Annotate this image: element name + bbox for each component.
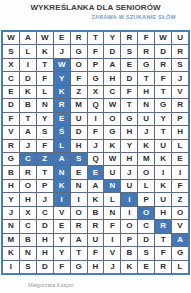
grid-cell[interactable]: A	[88, 180, 104, 192]
grid-cell[interactable]: Z	[172, 193, 188, 205]
grid-cell[interactable]: T	[155, 126, 171, 138]
grid-cell[interactable]: R	[71, 220, 87, 232]
grid-cell[interactable]: D	[121, 72, 137, 84]
puzzle-title: WYKREŚLANKA DLA SENIORÓW	[0, 0, 191, 12]
grid-cell[interactable]: O	[71, 207, 87, 219]
grid-cell[interactable]: V	[3, 126, 19, 138]
grid-cell[interactable]: Y	[155, 113, 171, 125]
grid-cell[interactable]: S	[71, 153, 87, 165]
grid-cell[interactable]: G	[71, 261, 87, 273]
grid-cell[interactable]: V	[172, 86, 188, 98]
grid-cell[interactable]: C	[104, 86, 120, 98]
grid-cell[interactable]: Y	[54, 72, 70, 84]
grid-cell[interactable]: J	[3, 207, 19, 219]
grid-cell[interactable]: Z	[37, 153, 53, 165]
grid-cell[interactable]: Q	[88, 153, 104, 165]
grid-cell[interactable]: U	[155, 140, 171, 152]
grid-cell[interactable]: D	[71, 126, 87, 138]
grid-cell[interactable]: K	[37, 45, 53, 57]
grid-cell[interactable]: T	[155, 234, 171, 246]
grid-cell[interactable]: F	[37, 72, 53, 84]
grid-cell[interactable]: F	[37, 140, 53, 152]
grid-cell[interactable]: J	[172, 72, 188, 84]
grid-cell[interactable]: H	[172, 126, 188, 138]
grid-cell[interactable]: O	[121, 220, 137, 232]
grid-cell[interactable]: G	[88, 72, 104, 84]
grid-cell[interactable]: O	[138, 207, 154, 219]
grid-cell[interactable]: K	[3, 247, 19, 259]
grid-cell[interactable]: N	[71, 180, 87, 192]
grid-cell[interactable]: I	[121, 207, 137, 219]
grid-cell[interactable]: N	[37, 99, 53, 111]
grid-cell[interactable]: U	[121, 180, 137, 192]
grid-cell[interactable]: L	[104, 193, 120, 205]
grid-cell[interactable]: C	[37, 207, 53, 219]
grid-cell[interactable]: F	[88, 247, 104, 259]
grid-cell[interactable]: P	[88, 59, 104, 71]
grid-cell[interactable]: W	[3, 32, 19, 44]
grid-cell[interactable]: V	[54, 207, 70, 219]
grid-cell[interactable]: B	[20, 99, 36, 111]
grid-cell[interactable]: H	[121, 126, 137, 138]
grid-cell[interactable]: L	[54, 140, 70, 152]
grid-cell[interactable]: I	[172, 166, 188, 178]
grid-cell[interactable]: D	[104, 45, 120, 57]
grid-cell[interactable]: R	[71, 32, 87, 44]
grid-cell[interactable]: R	[155, 59, 171, 71]
grid-cell[interactable]: H	[155, 207, 171, 219]
grid-cell[interactable]: T	[138, 72, 154, 84]
grid-cell[interactable]: R	[155, 220, 171, 232]
grid-cell[interactable]: W	[104, 99, 120, 111]
grid-cell[interactable]: L	[172, 261, 188, 273]
grid-cell[interactable]: T	[155, 86, 171, 98]
grid-cell[interactable]: X	[20, 207, 36, 219]
grid-cell[interactable]: E	[121, 59, 137, 71]
grid-cell[interactable]: I	[88, 113, 104, 125]
grid-cell[interactable]: I	[20, 59, 36, 71]
grid-cell[interactable]: F	[71, 72, 87, 84]
grid-cell[interactable]: U	[172, 32, 188, 44]
grid-cell[interactable]: G	[155, 99, 171, 111]
grid-cell[interactable]: I	[71, 193, 87, 205]
grid-cell[interactable]: R	[121, 32, 137, 44]
grid-cell[interactable]: N	[3, 220, 19, 232]
author-credit: Małgorzata Kospin	[28, 282, 74, 288]
grid-cell[interactable]: S	[172, 59, 188, 71]
grid-cell[interactable]: N	[20, 247, 36, 259]
grid-cell[interactable]: K	[138, 140, 154, 152]
grid-cell[interactable]: S	[37, 126, 53, 138]
grid-cell[interactable]: U	[138, 113, 154, 125]
grid-cell[interactable]: K	[54, 86, 70, 98]
grid-cell[interactable]: K	[20, 86, 36, 98]
grid-cell[interactable]: Ś	[54, 126, 70, 138]
grid-cell[interactable]: Y	[37, 113, 53, 125]
grid-cell[interactable]: H	[3, 180, 19, 192]
grid-cell[interactable]: U	[155, 193, 171, 205]
grid-cell[interactable]: R	[88, 220, 104, 232]
grid-cell[interactable]: C	[3, 72, 19, 84]
grid-cell[interactable]: R	[138, 45, 154, 57]
grid-cell[interactable]: C	[138, 220, 154, 232]
grid-frame: WAWERTYRFWUSLKJGFDSRDRXITWOPAEGRSCDFYFGH…	[1, 30, 190, 275]
grid-cell[interactable]: W	[37, 32, 53, 44]
grid-cell[interactable]: K	[155, 180, 171, 192]
grid-cell[interactable]: O	[71, 59, 87, 71]
grid-cell[interactable]: E	[54, 113, 70, 125]
grid-cell[interactable]: G	[104, 126, 120, 138]
grid-cell[interactable]: X	[88, 86, 104, 98]
grid-cell[interactable]: R	[172, 99, 188, 111]
grid-cell[interactable]: E	[54, 220, 70, 232]
grid-cell[interactable]: F	[121, 86, 137, 98]
grid-cell[interactable]: T	[37, 59, 53, 71]
grid-cell[interactable]: R	[54, 99, 70, 111]
grid-cell[interactable]: U	[104, 166, 120, 178]
grid-cell[interactable]: O	[104, 113, 120, 125]
grid-cell[interactable]: E	[3, 86, 19, 98]
grid-cell[interactable]: I	[155, 166, 171, 178]
grid-cell[interactable]: Q	[88, 99, 104, 111]
grid-cell[interactable]: J	[88, 140, 104, 152]
grid-cell[interactable]: U	[71, 113, 87, 125]
grid-cell[interactable]: M	[138, 153, 154, 165]
grid-cell[interactable]: K	[54, 180, 70, 192]
grid-cell[interactable]: Y	[121, 140, 137, 152]
grid-cell[interactable]: U	[88, 234, 104, 246]
grid-cell[interactable]: G	[71, 45, 87, 57]
grid-cell[interactable]: E	[138, 261, 154, 273]
grid-cell[interactable]: G	[138, 59, 154, 71]
grid-cell[interactable]: V	[104, 247, 120, 259]
grid-cell[interactable]: J	[138, 126, 154, 138]
grid-cell[interactable]: T	[37, 166, 53, 178]
grid-cell[interactable]: A	[20, 32, 36, 44]
grid-cell[interactable]: M	[3, 234, 19, 246]
grid-cell[interactable]: J	[121, 166, 137, 178]
puzzle-subtitle: ZABAWA W SZUKANIE SŁÓW	[0, 14, 191, 20]
grid-cell[interactable]: D	[20, 72, 36, 84]
grid-cell[interactable]: O	[138, 166, 154, 178]
grid-cell[interactable]: D	[37, 220, 53, 232]
grid-cell[interactable]: A	[20, 126, 36, 138]
grid-cell[interactable]: J	[37, 193, 53, 205]
grid-cell[interactable]: N	[104, 207, 120, 219]
grid-cell[interactable]: M	[71, 99, 87, 111]
grid-cell[interactable]: J	[20, 140, 36, 152]
grid-cell[interactable]: L	[20, 45, 36, 57]
grid-cell[interactable]: C	[20, 220, 36, 232]
grid-cell[interactable]: S	[138, 247, 154, 259]
grid-cell[interactable]: Y	[104, 32, 120, 44]
word-search-grid: WAWERTYRFWUSLKJGFDSRDRXITWOPAEGRSCDFYFGH…	[3, 32, 188, 273]
grid-cell[interactable]: F	[88, 126, 104, 138]
grid-cell[interactable]: P	[138, 193, 154, 205]
grid-cell[interactable]: N	[104, 180, 120, 192]
grid-cell[interactable]: L	[37, 86, 53, 98]
grid-cell[interactable]: D	[155, 45, 171, 57]
grid-cell[interactable]: K	[155, 153, 171, 165]
grid-cell[interactable]: L	[138, 180, 154, 192]
grid-cell[interactable]: I	[3, 261, 19, 273]
grid-cell[interactable]: Y	[54, 234, 70, 246]
grid-cell[interactable]: B	[3, 166, 19, 178]
grid-cell[interactable]: H	[104, 72, 120, 84]
grid-cell[interactable]: I	[54, 193, 70, 205]
grid-cell[interactable]: O	[20, 180, 36, 192]
grid-cell[interactable]: R	[20, 166, 36, 178]
grid-cell[interactable]: T	[121, 99, 137, 111]
grid-cell[interactable]: Y	[54, 247, 70, 259]
grid-cell[interactable]: L	[172, 140, 188, 152]
grid-cell[interactable]: F	[3, 113, 19, 125]
grid-cell[interactable]: S	[3, 45, 19, 57]
grid-cell[interactable]: E	[54, 32, 70, 44]
grid-cell[interactable]: F	[54, 261, 70, 273]
grid-cell[interactable]: H	[71, 140, 87, 152]
grid-cell[interactable]: K	[104, 140, 120, 152]
grid-cell[interactable]: B	[121, 247, 137, 259]
grid-cell[interactable]: A	[54, 153, 70, 165]
grid-cell[interactable]: W	[155, 32, 171, 44]
grid-cell[interactable]: H	[138, 86, 154, 98]
grid-cell[interactable]: R	[172, 45, 188, 57]
grid-cell[interactable]: E	[88, 166, 104, 178]
grid-cell[interactable]: F	[138, 32, 154, 44]
grid-cell[interactable]: P	[37, 180, 53, 192]
puzzle-page: WYKREŚLANKA DLA SENIORÓW ZABAWA W SZUKAN…	[0, 0, 191, 293]
grid-cell[interactable]: D	[3, 99, 19, 111]
grid-cell[interactable]: B	[20, 234, 36, 246]
grid-cell[interactable]: F	[88, 45, 104, 57]
grid-cell[interactable]: A	[172, 234, 188, 246]
grid-cell[interactable]: C	[20, 153, 36, 165]
grid-cell[interactable]: E	[172, 153, 188, 165]
grid-cell[interactable]: F	[104, 220, 120, 232]
grid-cell[interactable]: H	[37, 247, 53, 259]
grid-cell[interactable]: K	[121, 261, 137, 273]
grid-cell[interactable]: P	[172, 113, 188, 125]
grid-cell[interactable]: J	[54, 45, 70, 57]
grid-cell[interactable]: T	[71, 247, 87, 259]
grid-cell[interactable]: S	[20, 261, 36, 273]
grid-cell[interactable]: J	[104, 261, 120, 273]
grid-cell[interactable]: X	[3, 59, 19, 71]
grid-cell[interactable]: G	[3, 153, 19, 165]
grid-cell[interactable]: Z	[71, 86, 87, 98]
grid-cell[interactable]: G	[121, 113, 137, 125]
grid-cell[interactable]: Y	[3, 193, 19, 205]
grid-cell[interactable]: T	[20, 113, 36, 125]
grid-cell[interactable]: D	[37, 261, 53, 273]
grid-cell[interactable]: N	[54, 166, 70, 178]
grid-cell[interactable]: D	[138, 234, 154, 246]
grid-cell[interactable]: E	[71, 166, 87, 178]
grid-cell[interactable]: H	[88, 261, 104, 273]
grid-cell[interactable]: W	[104, 153, 120, 165]
grid-cell[interactable]: F	[155, 72, 171, 84]
grid-cell[interactable]: W	[54, 59, 70, 71]
grid-cell[interactable]: N	[138, 99, 154, 111]
grid-cell[interactable]: R	[155, 261, 171, 273]
grid-cell[interactable]: I	[121, 193, 137, 205]
grid-cell[interactable]: I	[104, 234, 120, 246]
grid-cell[interactable]: F	[172, 180, 188, 192]
grid-cell[interactable]: B	[88, 207, 104, 219]
grid-cell[interactable]: G	[172, 247, 188, 259]
grid-cell[interactable]: R	[3, 140, 19, 152]
grid-cell[interactable]: H	[37, 234, 53, 246]
grid-cell[interactable]: P	[121, 234, 137, 246]
grid-cell[interactable]: V	[172, 220, 188, 232]
grid-cell[interactable]: O	[172, 207, 188, 219]
grid-cell[interactable]: F	[155, 247, 171, 259]
grid-cell[interactable]: H	[20, 193, 36, 205]
grid-cell[interactable]: A	[71, 234, 87, 246]
grid-cell[interactable]: H	[121, 153, 137, 165]
grid-cell[interactable]: S	[121, 45, 137, 57]
grid-cell[interactable]: K	[88, 193, 104, 205]
grid-cell[interactable]: T	[88, 32, 104, 44]
grid-cell[interactable]: A	[104, 59, 120, 71]
